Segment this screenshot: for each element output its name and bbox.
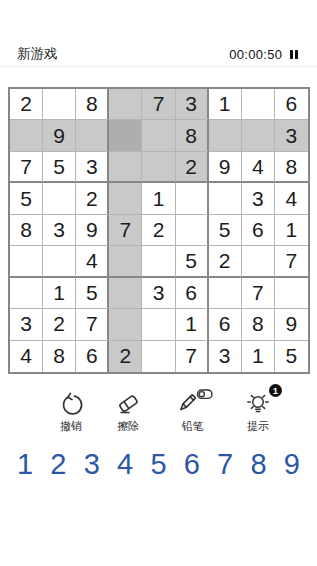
- sudoku-cell-r4c3[interactable]: 2: [76, 183, 109, 214]
- sudoku-cell-r6c8[interactable]: [242, 246, 275, 277]
- eraser-icon: [114, 389, 142, 417]
- sudoku-cell-r2c1[interactable]: [10, 120, 43, 151]
- sudoku-cell-r8c3[interactable]: 7: [76, 309, 109, 340]
- sudoku-cell-r6c4[interactable]: [109, 246, 142, 277]
- timer-value: 00:00:50: [229, 47, 282, 62]
- sudoku-cell-r6c9[interactable]: 7: [275, 246, 308, 277]
- sudoku-cell-r2c6[interactable]: 8: [176, 120, 209, 151]
- sudoku-cell-r7c8[interactable]: 7: [242, 278, 275, 309]
- sudoku-cell-r7c7[interactable]: [209, 278, 242, 309]
- sudoku-cell-r1c5[interactable]: 7: [142, 89, 175, 120]
- sudoku-grid: 2873169837532948521348397256145271536732…: [8, 87, 310, 374]
- sudoku-cell-r1c8[interactable]: [242, 89, 275, 120]
- sudoku-cell-r1c9[interactable]: 6: [275, 89, 308, 120]
- sudoku-cell-r4c7[interactable]: [209, 183, 242, 214]
- numpad-2[interactable]: 2: [50, 447, 66, 482]
- sudoku-cell-r3c9[interactable]: 8: [275, 152, 308, 183]
- sudoku-cell-r1c6[interactable]: 3: [176, 89, 209, 120]
- sudoku-cell-r2c4[interactable]: [109, 120, 142, 151]
- sudoku-cell-r7c4[interactable]: [109, 278, 142, 309]
- erase-button[interactable]: 擦除: [114, 389, 142, 434]
- pencil-label: 铅笔: [182, 419, 204, 434]
- sudoku-cell-r2c8[interactable]: [242, 120, 275, 151]
- numpad-3[interactable]: 3: [84, 447, 100, 482]
- sudoku-cell-r8c5[interactable]: [142, 309, 175, 340]
- sudoku-cell-r5c5[interactable]: 2: [142, 215, 175, 246]
- sudoku-cell-r5c7[interactable]: 5: [209, 215, 242, 246]
- hint-button[interactable]: 1 提示: [243, 389, 273, 434]
- sudoku-cell-r4c5[interactable]: 1: [142, 183, 175, 214]
- sudoku-cell-r5c6[interactable]: [176, 215, 209, 246]
- sudoku-cell-r2c7[interactable]: [209, 120, 242, 151]
- sudoku-cell-r8c7[interactable]: 6: [209, 309, 242, 340]
- numpad-9[interactable]: 9: [284, 447, 300, 482]
- pencil-mode-toggle-off: [197, 390, 212, 398]
- sudoku-cell-r7c6[interactable]: 6: [176, 278, 209, 309]
- numpad-8[interactable]: 8: [250, 447, 266, 482]
- sudoku-cell-r3c2[interactable]: 5: [43, 152, 76, 183]
- sudoku-cell-r9c5[interactable]: [142, 341, 175, 372]
- sudoku-cell-r6c2[interactable]: [43, 246, 76, 277]
- numpad-6[interactable]: 6: [184, 447, 200, 482]
- numpad-7[interactable]: 7: [217, 447, 233, 482]
- numpad-5[interactable]: 5: [150, 447, 166, 482]
- hint-bulb-icon: 1: [243, 389, 273, 417]
- sudoku-cell-r3c8[interactable]: 4: [242, 152, 275, 183]
- sudoku-cell-r6c6[interactable]: 5: [176, 246, 209, 277]
- sudoku-cell-r8c6[interactable]: 1: [176, 309, 209, 340]
- sudoku-cell-r2c5[interactable]: [142, 120, 175, 151]
- undo-icon: [58, 389, 84, 417]
- sudoku-cell-r3c1[interactable]: 7: [10, 152, 43, 183]
- timer-group: 00:00:50: [229, 47, 300, 62]
- number-pad: 1 2 3 4 5 6 7 8 9: [0, 447, 317, 482]
- pencil-icon: [173, 389, 213, 417]
- sudoku-cell-r8c4[interactable]: [109, 309, 142, 340]
- hint-label: 提示: [247, 419, 269, 434]
- sudoku-cell-r4c9[interactable]: 4: [275, 183, 308, 214]
- sudoku-cell-r1c3[interactable]: 8: [76, 89, 109, 120]
- sudoku-cell-r5c9[interactable]: 1: [275, 215, 308, 246]
- sudoku-cell-r5c1[interactable]: 8: [10, 215, 43, 246]
- undo-label: 撤销: [60, 419, 82, 434]
- sudoku-cell-r8c8[interactable]: 8: [242, 309, 275, 340]
- sudoku-cell-r9c9[interactable]: 5: [275, 341, 308, 372]
- sudoku-cell-r7c2[interactable]: 1: [43, 278, 76, 309]
- undo-button[interactable]: 撤销: [58, 389, 84, 434]
- sudoku-cell-r4c4[interactable]: [109, 183, 142, 214]
- sudoku-cell-r2c2[interactable]: 9: [43, 120, 76, 151]
- sudoku-cell-r9c1[interactable]: 4: [10, 341, 43, 372]
- hint-count-badge: 1: [269, 384, 282, 397]
- sudoku-cell-r9c8[interactable]: 1: [242, 341, 275, 372]
- numpad-1[interactable]: 1: [17, 447, 33, 482]
- sudoku-cell-r1c2[interactable]: [43, 89, 76, 120]
- sudoku-cell-r5c8[interactable]: 6: [242, 215, 275, 246]
- numpad-4[interactable]: 4: [117, 447, 133, 482]
- sudoku-cell-r9c3[interactable]: 6: [76, 341, 109, 372]
- sudoku-cell-r6c5[interactable]: [142, 246, 175, 277]
- toolbar: 撤销 擦除: [0, 389, 317, 439]
- sudoku-cell-r3c6[interactable]: 2: [176, 152, 209, 183]
- sudoku-cell-r6c3[interactable]: 4: [76, 246, 109, 277]
- sudoku-cell-r2c3[interactable]: [76, 120, 109, 151]
- sudoku-cell-r4c2[interactable]: [43, 183, 76, 214]
- sudoku-cell-r9c7[interactable]: 3: [209, 341, 242, 372]
- sudoku-cell-r7c5[interactable]: 3: [142, 278, 175, 309]
- sudoku-cell-r9c2[interactable]: 8: [43, 341, 76, 372]
- erase-label: 擦除: [117, 419, 139, 434]
- sudoku-cell-r7c9[interactable]: [275, 278, 308, 309]
- header-bar: 新游戏 00:00:50: [0, 42, 317, 67]
- sudoku-cell-r5c2[interactable]: 3: [43, 215, 76, 246]
- sudoku-cell-r4c6[interactable]: [176, 183, 209, 214]
- sudoku-cell-r1c4[interactable]: [109, 89, 142, 120]
- sudoku-cell-r8c9[interactable]: 9: [275, 309, 308, 340]
- sudoku-cell-r1c1[interactable]: 2: [10, 89, 43, 120]
- sudoku-cell-r9c4[interactable]: 2: [109, 341, 142, 372]
- sudoku-cell-r5c4[interactable]: 7: [109, 215, 142, 246]
- sudoku-cell-r3c5[interactable]: [142, 152, 175, 183]
- sudoku-cell-r7c1[interactable]: [10, 278, 43, 309]
- pencil-button[interactable]: 铅笔: [173, 389, 213, 434]
- sudoku-cell-r6c7[interactable]: 2: [209, 246, 242, 277]
- sudoku-cell-r4c1[interactable]: 5: [10, 183, 43, 214]
- sudoku-cell-r1c7[interactable]: 1: [209, 89, 242, 120]
- sudoku-cell-r9c6[interactable]: 7: [176, 341, 209, 372]
- sudoku-cell-r3c7[interactable]: 9: [209, 152, 242, 183]
- sudoku-cell-r3c3[interactable]: 3: [76, 152, 109, 183]
- pause-icon[interactable]: [288, 48, 300, 61]
- sudoku-cell-r6c1[interactable]: [10, 246, 43, 277]
- sudoku-cell-r7c3[interactable]: 5: [76, 278, 109, 309]
- sudoku-cell-r5c3[interactable]: 9: [76, 215, 109, 246]
- sudoku-cell-r8c1[interactable]: 3: [10, 309, 43, 340]
- sudoku-cell-r4c8[interactable]: 3: [242, 183, 275, 214]
- sudoku-cell-r2c9[interactable]: 3: [275, 120, 308, 151]
- sudoku-cell-r8c2[interactable]: 2: [43, 309, 76, 340]
- new-game-button[interactable]: 新游戏: [17, 45, 58, 63]
- sudoku-cell-r3c4[interactable]: [109, 152, 142, 183]
